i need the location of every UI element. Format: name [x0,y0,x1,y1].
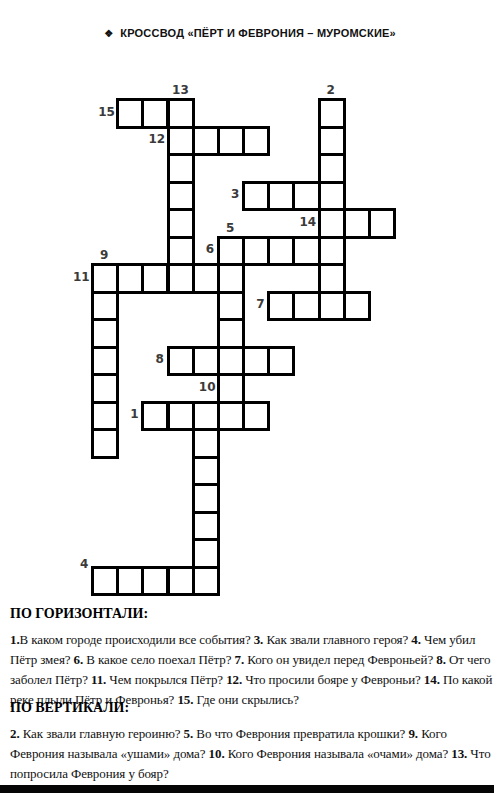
clue-number-label: 8 [156,352,164,366]
clue: 10. Кого Феврония называла «очами» дома? [209,746,449,761]
clue-number-label: 1 [130,407,138,421]
grid-cell [318,263,346,294]
grid-cell [167,181,195,212]
grid-cell [192,456,220,487]
grid-cell [116,566,144,597]
grid-cell [167,236,195,267]
clue-number: 2. [10,726,20,741]
grid-cell [141,263,169,294]
clue: 3. Как звали главного героя? [254,632,408,647]
clue-number: 13. [451,746,467,761]
clue: 2. Как звали главную героиню? [10,726,180,741]
clue-number-label: 13 [172,83,189,97]
grid-cell [91,318,119,349]
clue-number-label: 4 [80,557,88,571]
clue-number: 14. [424,672,440,687]
worksheet-page: { "game": "crossword", "title": { "bulle… [0,0,500,793]
grid-cell [116,263,144,294]
grid-cell [91,566,119,597]
grid-cell [368,208,396,239]
clue-number: 4. [411,632,421,647]
clue: 5. Во что Феврония превратила крошки? [184,726,406,741]
grid-cell [91,373,119,404]
clue-number: 9. [408,726,418,741]
grid-cell [167,346,195,377]
clue-number: 1. [10,632,20,647]
clue: 1.В каком городе происходили все события… [10,632,251,647]
down-clues: 2. Как звали главную героиню? 5. Во что … [10,724,494,784]
grid-cell [318,153,346,184]
grid-cell [217,346,245,377]
grid-cell [318,236,346,267]
grid-cell [167,566,195,597]
clue: 11. Чем покрылся Пётр? [91,672,223,687]
grid-cell [167,263,195,294]
grid-cell [242,401,270,432]
grid-cell [242,126,270,157]
grid-cell [217,401,245,432]
grid-cell [267,291,295,322]
grid-cell [217,318,245,349]
grid-cell [343,291,371,322]
grid-cell [91,263,119,294]
clue-number-label: 6 [206,242,214,256]
grid-cell [192,511,220,542]
grid-cell [167,126,195,157]
clue-number-label: 14 [300,215,317,229]
grid-cell [141,98,169,129]
across-heading: ПО ГОРИЗОНТАЛИ: [10,606,148,622]
clue-number-label: 15 [98,105,115,119]
grid-cell [318,126,346,157]
grid-cell [91,401,119,432]
clue-number: 3. [254,632,264,647]
crossword-grid: 151321231456911781014 [0,0,500,600]
grid-cell [242,236,270,267]
clue-number: 10. [209,746,225,761]
grid-cell [217,126,245,157]
clue-number-label: 2 [327,83,335,97]
down-heading: ПО ВЕРТИКАЛИ: [10,700,129,716]
clue-number-label: 11 [73,270,90,284]
clue: 6. В какое село поехал Пётр? [74,652,232,667]
grid-cell [318,291,346,322]
grid-cell [192,483,220,514]
clue-number: 7. [235,652,245,667]
clue-number-label: 10 [199,380,216,394]
clue-number: 8. [436,652,446,667]
grid-cell [91,291,119,322]
grid-cell [192,346,220,377]
grid-cell [343,208,371,239]
clue-number-label: 12 [149,132,166,146]
grid-cell [167,98,195,129]
grid-cell [192,566,220,597]
clue-number: 5. [184,726,194,741]
clue: 12. Что просили бояре у Февроньи? [226,672,421,687]
grid-cell [192,428,220,459]
grid-cell [217,263,245,294]
clue-number-label: 5 [226,221,234,235]
grid-cell [318,98,346,129]
clue-number: 12. [226,672,242,687]
grid-cell [192,401,220,432]
grid-cell [267,346,295,377]
across-clues: 1.В каком городе происходили все события… [10,630,494,710]
grid-cell [217,373,245,404]
clue-number-label: 7 [256,297,264,311]
grid-cell [192,126,220,157]
clue: 15. Где они скрылись? [177,692,298,707]
grid-cell [141,401,169,432]
grid-cell [242,346,270,377]
clue-number: 6. [74,652,84,667]
clue: 7. Кого он увидел перед Февроньей? [235,652,434,667]
grid-cell [217,291,245,322]
page-bottom-bar [0,785,494,793]
grid-cell [267,236,295,267]
grid-cell [292,236,320,267]
grid-cell [292,291,320,322]
grid-cell [242,181,270,212]
clue-number-label: 9 [100,248,108,262]
grid-cell [167,401,195,432]
grid-cell [167,208,195,239]
grid-cell [141,566,169,597]
grid-cell [318,181,346,212]
grid-cell [267,181,295,212]
clue-number: 15. [177,692,193,707]
grid-cell [292,181,320,212]
clue-number-label: 3 [231,187,239,201]
grid-cell [192,263,220,294]
grid-cell [91,346,119,377]
grid-cell [91,428,119,459]
grid-cell [167,153,195,184]
grid-cell [217,236,245,267]
grid-cell [192,538,220,569]
grid-cell [318,208,346,239]
clue-number: 11. [91,672,106,687]
grid-cell [116,98,144,129]
